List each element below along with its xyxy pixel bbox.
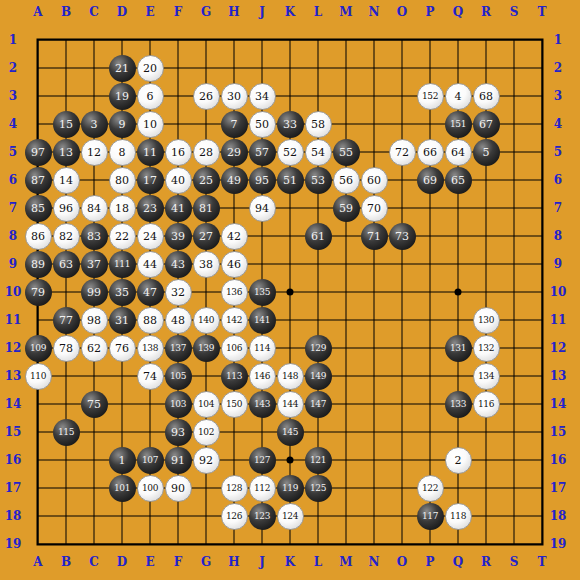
stone-A13-move-110: 110 <box>25 363 52 390</box>
move-number: 128 <box>226 484 242 493</box>
move-number: 121 <box>310 456 326 465</box>
move-number: 49 <box>227 175 241 186</box>
move-number: 126 <box>226 512 242 521</box>
stone-F10-move-32: 32 <box>165 279 192 306</box>
move-number: 11 <box>143 147 157 158</box>
stone-L14-move-147: 147 <box>305 391 332 418</box>
move-number: 44 <box>143 259 157 270</box>
stone-P18-move-117: 117 <box>417 503 444 530</box>
stone-G16-move-92: 92 <box>193 447 220 474</box>
move-number: 104 <box>198 400 214 409</box>
stone-D11-move-31: 31 <box>109 307 136 334</box>
move-number: 12 <box>87 147 101 158</box>
move-number: 58 <box>311 119 325 130</box>
stone-G8-move-27: 27 <box>193 223 220 250</box>
stone-G12-move-139: 139 <box>193 335 220 362</box>
stone-D2-move-21: 21 <box>109 55 136 82</box>
move-number: 143 <box>254 400 270 409</box>
stone-C7-move-84: 84 <box>81 195 108 222</box>
stone-H4-move-7: 7 <box>221 111 248 138</box>
stone-L4-move-58: 58 <box>305 111 332 138</box>
move-number: 113 <box>226 372 242 381</box>
stone-E16-move-107: 107 <box>137 447 164 474</box>
stone-C4-move-3: 3 <box>81 111 108 138</box>
star-point-K10 <box>287 289 294 296</box>
move-number: 124 <box>282 512 298 521</box>
stone-J4-move-50: 50 <box>249 111 276 138</box>
move-number: 137 <box>170 344 186 353</box>
star-point-K16 <box>287 457 294 464</box>
move-number: 23 <box>143 203 157 214</box>
stone-F13-move-105: 105 <box>165 363 192 390</box>
move-number: 84 <box>87 203 101 214</box>
stone-G15-move-102: 102 <box>193 419 220 446</box>
stone-R4-move-67: 67 <box>473 111 500 138</box>
move-number: 57 <box>255 147 269 158</box>
move-number: 37 <box>87 259 101 270</box>
move-number: 7 <box>231 119 238 130</box>
stone-C11-move-98: 98 <box>81 307 108 334</box>
stone-P17-move-122: 122 <box>417 475 444 502</box>
stone-J7-move-94: 94 <box>249 195 276 222</box>
stone-D4-move-9: 9 <box>109 111 136 138</box>
move-number: 27 <box>199 231 213 242</box>
move-number: 18 <box>115 203 129 214</box>
move-number: 14 <box>59 175 73 186</box>
stone-C10-move-99: 99 <box>81 279 108 306</box>
stone-H10-move-136: 136 <box>221 279 248 306</box>
move-number: 61 <box>311 231 325 242</box>
move-number: 101 <box>114 484 130 493</box>
move-number: 112 <box>254 484 270 493</box>
stone-E2-move-20: 20 <box>137 55 164 82</box>
stone-F7-move-41: 41 <box>165 195 192 222</box>
stone-J17-move-112: 112 <box>249 475 276 502</box>
move-number: 97 <box>31 147 45 158</box>
stone-E6-move-17: 17 <box>137 167 164 194</box>
stone-A7-move-85: 85 <box>25 195 52 222</box>
stone-D10-move-35: 35 <box>109 279 136 306</box>
stone-R3-move-68: 68 <box>473 83 500 110</box>
move-number: 117 <box>422 512 438 521</box>
move-number: 109 <box>30 344 46 353</box>
move-number: 13 <box>59 147 73 158</box>
stone-Q16-move-2: 2 <box>445 447 472 474</box>
move-number: 95 <box>255 175 269 186</box>
move-number: 5 <box>483 147 490 158</box>
stone-K5-move-52: 52 <box>277 139 304 166</box>
stone-J3-move-34: 34 <box>249 83 276 110</box>
move-number: 105 <box>170 372 186 381</box>
move-number: 92 <box>199 455 213 466</box>
stone-B12-move-78: 78 <box>53 335 80 362</box>
stone-H11-move-142: 142 <box>221 307 248 334</box>
move-number: 53 <box>311 175 325 186</box>
stone-A8-move-86: 86 <box>25 223 52 250</box>
move-number: 34 <box>255 91 269 102</box>
move-number: 140 <box>198 316 214 325</box>
move-number: 3 <box>91 119 98 130</box>
move-number: 87 <box>31 175 45 186</box>
move-number: 86 <box>31 231 45 242</box>
stone-K15-move-145: 145 <box>277 419 304 446</box>
move-number: 67 <box>479 119 493 130</box>
move-number: 123 <box>254 512 270 521</box>
move-number: 116 <box>478 400 494 409</box>
move-number: 150 <box>226 400 242 409</box>
stone-L6-move-53: 53 <box>305 167 332 194</box>
move-number: 26 <box>199 91 213 102</box>
move-number: 138 <box>142 344 158 353</box>
move-number: 96 <box>59 203 73 214</box>
move-number: 103 <box>170 400 186 409</box>
move-number: 62 <box>87 343 101 354</box>
stone-H9-move-46: 46 <box>221 251 248 278</box>
stone-G7-move-81: 81 <box>193 195 220 222</box>
move-number: 148 <box>282 372 298 381</box>
stone-N8-move-71: 71 <box>361 223 388 250</box>
move-number: 64 <box>451 147 465 158</box>
stone-G6-move-25: 25 <box>193 167 220 194</box>
move-number: 89 <box>31 259 45 270</box>
stone-N7-move-70: 70 <box>361 195 388 222</box>
move-number: 32 <box>171 287 185 298</box>
move-number: 122 <box>422 484 438 493</box>
move-number: 28 <box>199 147 213 158</box>
stone-G5-move-28: 28 <box>193 139 220 166</box>
move-number: 35 <box>115 287 129 298</box>
stone-H13-move-113: 113 <box>221 363 248 390</box>
stone-F15-move-93: 93 <box>165 419 192 446</box>
move-number: 142 <box>226 316 242 325</box>
stone-L5-move-54: 54 <box>305 139 332 166</box>
move-number: 59 <box>339 203 353 214</box>
move-number: 60 <box>367 175 381 186</box>
stone-D6-move-80: 80 <box>109 167 136 194</box>
stone-M7-move-59: 59 <box>333 195 360 222</box>
stone-E17-move-100: 100 <box>137 475 164 502</box>
stone-R12-move-132: 132 <box>473 335 500 362</box>
stone-C12-move-62: 62 <box>81 335 108 362</box>
stone-C14-move-75: 75 <box>81 391 108 418</box>
move-number: 9 <box>119 119 126 130</box>
move-number: 133 <box>450 400 466 409</box>
stone-F14-move-103: 103 <box>165 391 192 418</box>
move-number: 111 <box>114 260 130 269</box>
move-number: 43 <box>171 259 185 270</box>
stone-E10-move-47: 47 <box>137 279 164 306</box>
stone-L17-move-125: 125 <box>305 475 332 502</box>
star-point-Q10 <box>455 289 462 296</box>
stone-L12-move-129: 129 <box>305 335 332 362</box>
stone-C8-move-83: 83 <box>81 223 108 250</box>
move-number: 55 <box>339 147 353 158</box>
stone-F5-move-16: 16 <box>165 139 192 166</box>
stone-F17-move-90: 90 <box>165 475 192 502</box>
stone-C5-move-12: 12 <box>81 139 108 166</box>
stone-F9-move-43: 43 <box>165 251 192 278</box>
stone-B4-move-15: 15 <box>53 111 80 138</box>
stone-K6-move-51: 51 <box>277 167 304 194</box>
stone-H17-move-128: 128 <box>221 475 248 502</box>
move-number: 85 <box>31 203 45 214</box>
move-number: 19 <box>115 91 129 102</box>
move-number: 141 <box>254 316 270 325</box>
move-number: 72 <box>395 147 409 158</box>
go-board[interactable]: AABBCCDDEEFFGGHHJJKKLLMMNNOOPPQQRRSSTT11… <box>0 0 580 580</box>
stone-E11-move-88: 88 <box>137 307 164 334</box>
stone-A10-move-79: 79 <box>25 279 52 306</box>
stone-B5-move-13: 13 <box>53 139 80 166</box>
move-number: 20 <box>143 63 157 74</box>
stone-M6-move-56: 56 <box>333 167 360 194</box>
stone-K13-move-148: 148 <box>277 363 304 390</box>
move-number: 98 <box>87 315 101 326</box>
move-number: 63 <box>59 259 73 270</box>
stone-D5-move-8: 8 <box>109 139 136 166</box>
stone-H3-move-30: 30 <box>221 83 248 110</box>
move-number: 73 <box>395 231 409 242</box>
move-number: 30 <box>227 91 241 102</box>
stone-J13-move-146: 146 <box>249 363 276 390</box>
move-number: 151 <box>450 120 466 129</box>
stone-B6-move-14: 14 <box>53 167 80 194</box>
move-number: 99 <box>87 287 101 298</box>
stone-K14-move-144: 144 <box>277 391 304 418</box>
stone-D7-move-18: 18 <box>109 195 136 222</box>
stone-A12-move-109: 109 <box>25 335 52 362</box>
stone-D9-move-111: 111 <box>109 251 136 278</box>
stone-F8-move-39: 39 <box>165 223 192 250</box>
stone-E9-move-44: 44 <box>137 251 164 278</box>
move-number: 29 <box>227 147 241 158</box>
move-number: 82 <box>59 231 73 242</box>
stone-E12-move-138: 138 <box>137 335 164 362</box>
move-number: 83 <box>87 231 101 242</box>
move-number: 46 <box>227 259 241 270</box>
stone-B9-move-63: 63 <box>53 251 80 278</box>
move-number: 33 <box>283 119 297 130</box>
stone-F16-move-91: 91 <box>165 447 192 474</box>
move-number: 147 <box>310 400 326 409</box>
move-number: 77 <box>59 315 73 326</box>
move-number: 94 <box>255 203 269 214</box>
stone-F6-move-40: 40 <box>165 167 192 194</box>
stone-E7-move-23: 23 <box>137 195 164 222</box>
move-number: 56 <box>339 175 353 186</box>
stone-A5-move-97: 97 <box>25 139 52 166</box>
stone-B8-move-82: 82 <box>53 223 80 250</box>
move-number: 10 <box>143 119 157 130</box>
move-number: 144 <box>282 400 298 409</box>
stone-R5-move-5: 5 <box>473 139 500 166</box>
move-number: 134 <box>478 372 494 381</box>
move-number: 17 <box>143 175 157 186</box>
stone-F11-move-48: 48 <box>165 307 192 334</box>
move-number: 152 <box>422 92 438 101</box>
stone-C9-move-37: 37 <box>81 251 108 278</box>
move-number: 40 <box>171 175 185 186</box>
move-number: 42 <box>227 231 241 242</box>
stone-G9-move-38: 38 <box>193 251 220 278</box>
move-number: 70 <box>367 203 381 214</box>
move-number: 76 <box>115 343 129 354</box>
stone-H6-move-49: 49 <box>221 167 248 194</box>
move-number: 69 <box>423 175 437 186</box>
move-number: 51 <box>283 175 297 186</box>
stone-O5-move-72: 72 <box>389 139 416 166</box>
stone-D8-move-22: 22 <box>109 223 136 250</box>
move-number: 127 <box>254 456 270 465</box>
stone-H5-move-29: 29 <box>221 139 248 166</box>
move-number: 125 <box>310 484 326 493</box>
move-number: 93 <box>171 427 185 438</box>
move-number: 88 <box>143 315 157 326</box>
stone-G3-move-26: 26 <box>193 83 220 110</box>
move-number: 146 <box>254 372 270 381</box>
move-number: 75 <box>87 399 101 410</box>
move-number: 1 <box>119 455 126 466</box>
move-number: 106 <box>226 344 242 353</box>
stone-R11-move-130: 130 <box>473 307 500 334</box>
move-number: 80 <box>115 175 129 186</box>
stone-L13-move-149: 149 <box>305 363 332 390</box>
move-number: 50 <box>255 119 269 130</box>
stone-J10-move-135: 135 <box>249 279 276 306</box>
stone-K4-move-33: 33 <box>277 111 304 138</box>
move-number: 118 <box>450 512 466 521</box>
stone-E8-move-24: 24 <box>137 223 164 250</box>
stone-E13-move-74: 74 <box>137 363 164 390</box>
move-number: 4 <box>455 91 462 102</box>
move-number: 8 <box>119 147 126 158</box>
stone-J12-move-114: 114 <box>249 335 276 362</box>
move-number: 100 <box>142 484 158 493</box>
stone-R14-move-116: 116 <box>473 391 500 418</box>
move-number: 110 <box>30 372 46 381</box>
stone-Q14-move-133: 133 <box>445 391 472 418</box>
move-number: 114 <box>254 344 270 353</box>
move-number: 131 <box>450 344 466 353</box>
stone-A9-move-89: 89 <box>25 251 52 278</box>
stone-L16-move-121: 121 <box>305 447 332 474</box>
move-number: 24 <box>143 231 157 242</box>
stone-P6-move-69: 69 <box>417 167 444 194</box>
stone-J11-move-141: 141 <box>249 307 276 334</box>
move-number: 149 <box>310 372 326 381</box>
move-number: 41 <box>171 203 185 214</box>
stone-Q4-move-151: 151 <box>445 111 472 138</box>
stone-J14-move-143: 143 <box>249 391 276 418</box>
move-number: 6 <box>147 91 154 102</box>
stone-P5-move-66: 66 <box>417 139 444 166</box>
stone-D16-move-1: 1 <box>109 447 136 474</box>
stone-E5-move-11: 11 <box>137 139 164 166</box>
stone-B15-move-115: 115 <box>53 419 80 446</box>
stone-D3-move-19: 19 <box>109 83 136 110</box>
stone-G14-move-104: 104 <box>193 391 220 418</box>
move-number: 16 <box>171 147 185 158</box>
move-number: 66 <box>423 147 437 158</box>
stone-H8-move-42: 42 <box>221 223 248 250</box>
stone-Q3-move-4: 4 <box>445 83 472 110</box>
move-number: 91 <box>171 455 185 466</box>
stone-J5-move-57: 57 <box>249 139 276 166</box>
move-number: 39 <box>171 231 185 242</box>
stone-Q5-move-64: 64 <box>445 139 472 166</box>
stone-F12-move-137: 137 <box>165 335 192 362</box>
move-number: 47 <box>143 287 157 298</box>
stone-G11-move-140: 140 <box>193 307 220 334</box>
stone-E4-move-10: 10 <box>137 111 164 138</box>
stone-H12-move-106: 106 <box>221 335 248 362</box>
move-number: 79 <box>31 287 45 298</box>
stone-B7-move-96: 96 <box>53 195 80 222</box>
stone-N6-move-60: 60 <box>361 167 388 194</box>
move-number: 15 <box>59 119 73 130</box>
stone-D12-move-76: 76 <box>109 335 136 362</box>
move-number: 22 <box>115 231 129 242</box>
move-number: 48 <box>171 315 185 326</box>
move-number: 68 <box>479 91 493 102</box>
move-number: 130 <box>478 316 494 325</box>
stone-H14-move-150: 150 <box>221 391 248 418</box>
stone-J6-move-95: 95 <box>249 167 276 194</box>
move-number: 52 <box>283 147 297 158</box>
move-number: 31 <box>115 315 129 326</box>
stone-J16-move-127: 127 <box>249 447 276 474</box>
stone-E3-move-6: 6 <box>137 83 164 110</box>
move-number: 115 <box>58 428 74 437</box>
move-number: 90 <box>171 483 185 494</box>
move-number: 119 <box>282 484 298 493</box>
stone-A6-move-87: 87 <box>25 167 52 194</box>
move-number: 81 <box>199 203 213 214</box>
move-number: 139 <box>198 344 214 353</box>
move-number: 71 <box>367 231 381 242</box>
move-number: 78 <box>59 343 73 354</box>
stone-L8-move-61: 61 <box>305 223 332 250</box>
stone-D17-move-101: 101 <box>109 475 136 502</box>
move-number: 136 <box>226 288 242 297</box>
move-number: 107 <box>142 456 158 465</box>
stone-M5-move-55: 55 <box>333 139 360 166</box>
move-number: 132 <box>478 344 494 353</box>
move-number: 135 <box>254 288 270 297</box>
move-number: 129 <box>310 344 326 353</box>
stone-O8-move-73: 73 <box>389 223 416 250</box>
stone-Q6-move-65: 65 <box>445 167 472 194</box>
move-number: 65 <box>451 175 465 186</box>
move-number: 38 <box>199 259 213 270</box>
stone-K17-move-119: 119 <box>277 475 304 502</box>
move-number: 74 <box>143 371 157 382</box>
move-number: 2 <box>455 455 462 466</box>
move-number: 25 <box>199 175 213 186</box>
stone-B11-move-77: 77 <box>53 307 80 334</box>
stone-K18-move-124: 124 <box>277 503 304 530</box>
move-number: 102 <box>198 428 214 437</box>
stone-P3-move-152: 152 <box>417 83 444 110</box>
move-number: 54 <box>311 147 325 158</box>
stone-Q12-move-131: 131 <box>445 335 472 362</box>
move-number: 145 <box>282 428 298 437</box>
move-number: 21 <box>115 63 129 74</box>
stone-H18-move-126: 126 <box>221 503 248 530</box>
stone-Q18-move-118: 118 <box>445 503 472 530</box>
stone-J18-move-123: 123 <box>249 503 276 530</box>
stone-R13-move-134: 134 <box>473 363 500 390</box>
